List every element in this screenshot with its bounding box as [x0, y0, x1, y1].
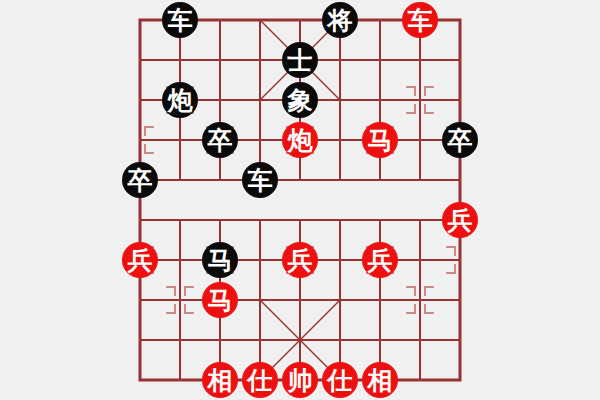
piece-red-general[interactable]: 帅 — [282, 362, 318, 398]
piece-black-elephant[interactable]: 象 — [282, 82, 318, 118]
piece-black-chariot[interactable]: 车 — [162, 2, 198, 38]
piece-black-horse[interactable]: 马 — [202, 242, 238, 278]
piece-red-soldier[interactable]: 兵 — [442, 202, 478, 238]
piece-black-soldier[interactable]: 卒 — [202, 122, 238, 158]
piece-black-cannon[interactable]: 炮 — [162, 82, 198, 118]
piece-red-soldier[interactable]: 兵 — [122, 242, 158, 278]
piece-red-chariot[interactable]: 车 — [402, 2, 438, 38]
piece-red-elephant[interactable]: 相 — [362, 362, 398, 398]
piece-black-general[interactable]: 将 — [322, 2, 358, 38]
piece-black-soldier[interactable]: 卒 — [122, 162, 158, 198]
piece-red-soldier[interactable]: 兵 — [282, 242, 318, 278]
piece-red-cannon[interactable]: 炮 — [282, 122, 318, 158]
piece-red-advisor[interactable]: 仕 — [322, 362, 358, 398]
board-intersections-grid: 车将车士炮象卒炮马卒卒车兵兵马兵兵马相仕帅仕相 — [120, 0, 480, 400]
piece-red-horse[interactable]: 马 — [202, 282, 238, 318]
piece-black-chariot[interactable]: 车 — [242, 162, 278, 198]
piece-red-horse[interactable]: 马 — [362, 122, 398, 158]
piece-red-elephant[interactable]: 相 — [202, 362, 238, 398]
piece-black-soldier[interactable]: 卒 — [442, 122, 478, 158]
piece-red-soldier[interactable]: 兵 — [362, 242, 398, 278]
piece-red-advisor[interactable]: 仕 — [242, 362, 278, 398]
piece-black-advisor[interactable]: 士 — [282, 42, 318, 78]
xiangqi-board: 车将车士炮象卒炮马卒卒车兵兵马兵兵马相仕帅仕相 — [0, 0, 600, 400]
